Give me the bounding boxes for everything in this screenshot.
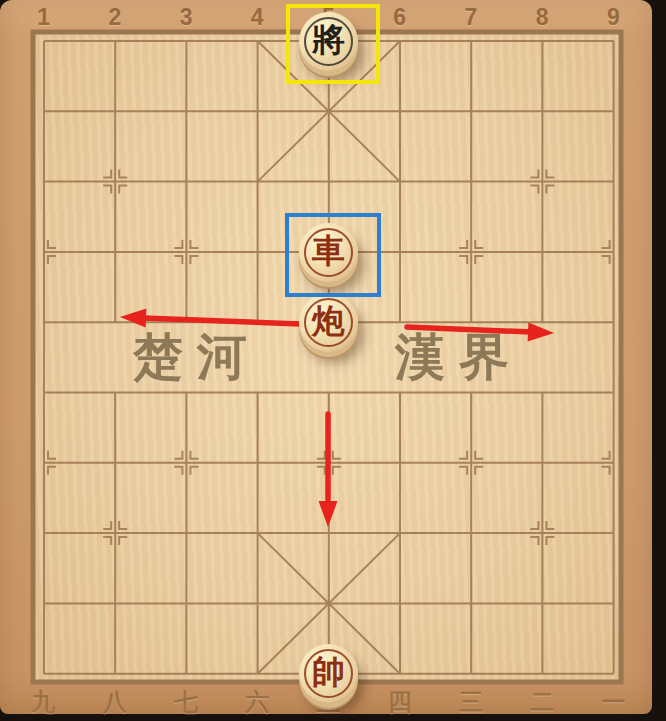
red-chariot[interactable]: 車	[299, 223, 358, 282]
piece-glyph: 將	[312, 24, 345, 57]
red-general[interactable]: 帥	[299, 644, 358, 703]
black-general[interactable]: 將	[299, 12, 358, 71]
xiangqi-app: 123456789 九八七六五四三二一 楚河 漢界 將車炮帥	[0, 0, 666, 721]
red-cannon[interactable]: 炮	[299, 293, 358, 352]
piece-glyph: 帥	[312, 656, 345, 689]
board-intersections[interactable]: 將車炮帥	[8, 6, 649, 709]
piece-glyph: 車	[312, 235, 345, 268]
piece-glyph: 炮	[312, 305, 345, 338]
